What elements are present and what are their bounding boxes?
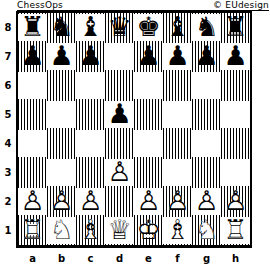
black-pawn: ♟ [18,41,47,70]
white-knight: ♘ [47,215,76,244]
white-pawn-fill: ♟ [76,186,105,215]
white-rook: ♖ [18,215,47,244]
square-a4[interactable] [18,129,47,158]
square-h5[interactable] [221,100,250,129]
white-pawn-fill: ♟ [47,186,76,215]
chess-board: ♜♞♝♛♚♝♞♜♟♟♟♟♟♟♟♟♟♙♟♙♟♙♟♙♟♙♟♙♟♙♟♙♜♖♞♘♝♗♛♕… [16,11,252,248]
square-g8[interactable]: ♞ [192,13,221,42]
white-bishop: ♗ [163,215,192,244]
white-pawn: ♙ [76,186,105,215]
square-b8[interactable]: ♞ [47,13,76,42]
square-c7[interactable]: ♟ [76,42,105,71]
black-king: ♚ [134,12,163,41]
square-g4[interactable] [192,129,221,158]
square-a3[interactable] [18,158,47,187]
white-bishop: ♗ [76,215,105,244]
square-d2[interactable] [105,187,134,216]
white-bishop-fill: ♝ [76,215,105,244]
square-g5[interactable] [192,100,221,129]
square-c3[interactable] [76,158,105,187]
black-rook: ♜ [221,12,250,41]
rank-label-2: 2 [2,187,14,216]
square-h8[interactable]: ♜ [221,13,250,42]
copyright: © EUdesign [213,0,269,10]
black-pawn: ♟ [47,41,76,70]
square-a6[interactable] [18,71,47,100]
square-f2[interactable]: ♟♙ [163,187,192,216]
white-pawn: ♙ [18,186,47,215]
square-b6[interactable] [47,71,76,100]
square-d1[interactable]: ♛♕ [105,216,134,245]
square-d5[interactable]: ♟ [105,100,134,129]
square-e6[interactable] [134,71,163,100]
square-d6[interactable] [105,71,134,100]
white-knight: ♘ [192,215,221,244]
black-pawn: ♟ [221,41,250,70]
white-pawn-fill: ♟ [163,186,192,215]
white-pawn: ♙ [134,186,163,215]
black-rook: ♜ [18,12,47,41]
white-rook: ♖ [221,215,250,244]
black-bishop: ♝ [163,12,192,41]
square-h1[interactable]: ♜♖ [221,216,250,245]
square-f7[interactable]: ♟ [163,42,192,71]
app-title: ChessOps [17,0,63,10]
square-b5[interactable] [47,100,76,129]
square-e2[interactable]: ♟♙ [134,187,163,216]
square-a7[interactable]: ♟ [18,42,47,71]
square-c6[interactable] [76,71,105,100]
square-e8[interactable]: ♚ [134,13,163,42]
rank-label-1: 1 [2,216,14,245]
square-a5[interactable] [18,100,47,129]
square-f8[interactable]: ♝ [163,13,192,42]
square-c8[interactable]: ♝ [76,13,105,42]
black-pawn: ♟ [76,41,105,70]
white-pawn: ♙ [163,186,192,215]
square-b1[interactable]: ♞♘ [47,216,76,245]
white-pawn-fill: ♟ [134,186,163,215]
white-rook-fill: ♜ [18,215,47,244]
square-g6[interactable] [192,71,221,100]
rank-label-6: 6 [2,71,14,100]
square-e3[interactable] [134,158,163,187]
rank-label-8: 8 [2,13,14,42]
black-bishop: ♝ [76,12,105,41]
white-pawn: ♙ [192,186,221,215]
file-label-f: f [163,252,192,265]
square-b3[interactable] [47,158,76,187]
white-pawn: ♙ [47,186,76,215]
square-e4[interactable] [134,129,163,158]
square-a1[interactable]: ♜♖ [18,216,47,245]
white-pawn-fill: ♟ [18,186,47,215]
square-g1[interactable]: ♞♘ [192,216,221,245]
square-e5[interactable] [134,100,163,129]
rank-label-5: 5 [2,100,14,129]
file-label-e: e [134,252,163,265]
chessops-screen: ChessOps © EUdesign 87654321 ♜♞♝♛♚♝♞♜♟♟♟… [0,0,270,270]
square-h4[interactable] [221,129,250,158]
file-labels: abcdefgh [18,252,250,264]
black-knight: ♞ [47,12,76,41]
square-f5[interactable] [163,100,192,129]
black-knight: ♞ [192,12,221,41]
file-label-a: a [18,252,47,265]
white-queen-fill: ♛ [105,215,134,244]
square-h6[interactable] [221,71,250,100]
white-bishop-fill: ♝ [163,215,192,244]
square-d8[interactable]: ♛ [105,13,134,42]
square-c4[interactable] [76,129,105,158]
white-pawn-fill: ♟ [192,186,221,215]
square-e7[interactable]: ♟ [134,42,163,71]
square-g2[interactable]: ♟♙ [192,187,221,216]
square-d4[interactable] [105,129,134,158]
black-queen: ♛ [105,12,134,41]
rank-labels: 87654321 [2,13,14,245]
black-pawn: ♟ [105,99,134,128]
file-label-d: d [105,252,134,265]
square-f4[interactable] [163,129,192,158]
file-label-b: b [47,252,76,265]
white-knight-fill: ♞ [47,215,76,244]
white-pawn-fill: ♟ [221,186,250,215]
square-e1[interactable]: ♚♔ [134,216,163,245]
white-rook-fill: ♜ [221,215,250,244]
square-c5[interactable] [76,100,105,129]
file-label-g: g [192,252,221,265]
title-bar: ChessOps © EUdesign [17,0,269,11]
square-b2[interactable]: ♟♙ [47,187,76,216]
white-king-fill: ♚ [134,215,163,244]
white-queen: ♕ [105,215,134,244]
square-f6[interactable] [163,71,192,100]
square-a8[interactable]: ♜ [18,13,47,42]
black-pawn: ♟ [163,41,192,70]
square-c2[interactable]: ♟♙ [76,187,105,216]
square-h3[interactable] [221,158,250,187]
white-pawn-fill: ♟ [105,157,134,186]
rank-label-3: 3 [2,158,14,187]
black-pawn: ♟ [134,41,163,70]
square-a2[interactable]: ♟♙ [18,187,47,216]
square-d3[interactable]: ♟♙ [105,158,134,187]
white-king: ♔ [134,215,163,244]
square-h7[interactable]: ♟ [221,42,250,71]
rank-label-4: 4 [2,129,14,158]
black-pawn: ♟ [192,41,221,70]
square-d7[interactable] [105,42,134,71]
white-pawn: ♙ [105,157,134,186]
white-knight-fill: ♞ [192,215,221,244]
square-g3[interactable] [192,158,221,187]
rank-label-7: 7 [2,42,14,71]
square-b4[interactable] [47,129,76,158]
white-pawn: ♙ [221,186,250,215]
square-g7[interactable]: ♟ [192,42,221,71]
square-h2[interactable]: ♟♙ [221,187,250,216]
square-b7[interactable]: ♟ [47,42,76,71]
file-label-h: h [221,252,250,265]
file-label-c: c [76,252,105,265]
square-f3[interactable] [163,158,192,187]
square-f1[interactable]: ♝♗ [163,216,192,245]
square-c1[interactable]: ♝♗ [76,216,105,245]
